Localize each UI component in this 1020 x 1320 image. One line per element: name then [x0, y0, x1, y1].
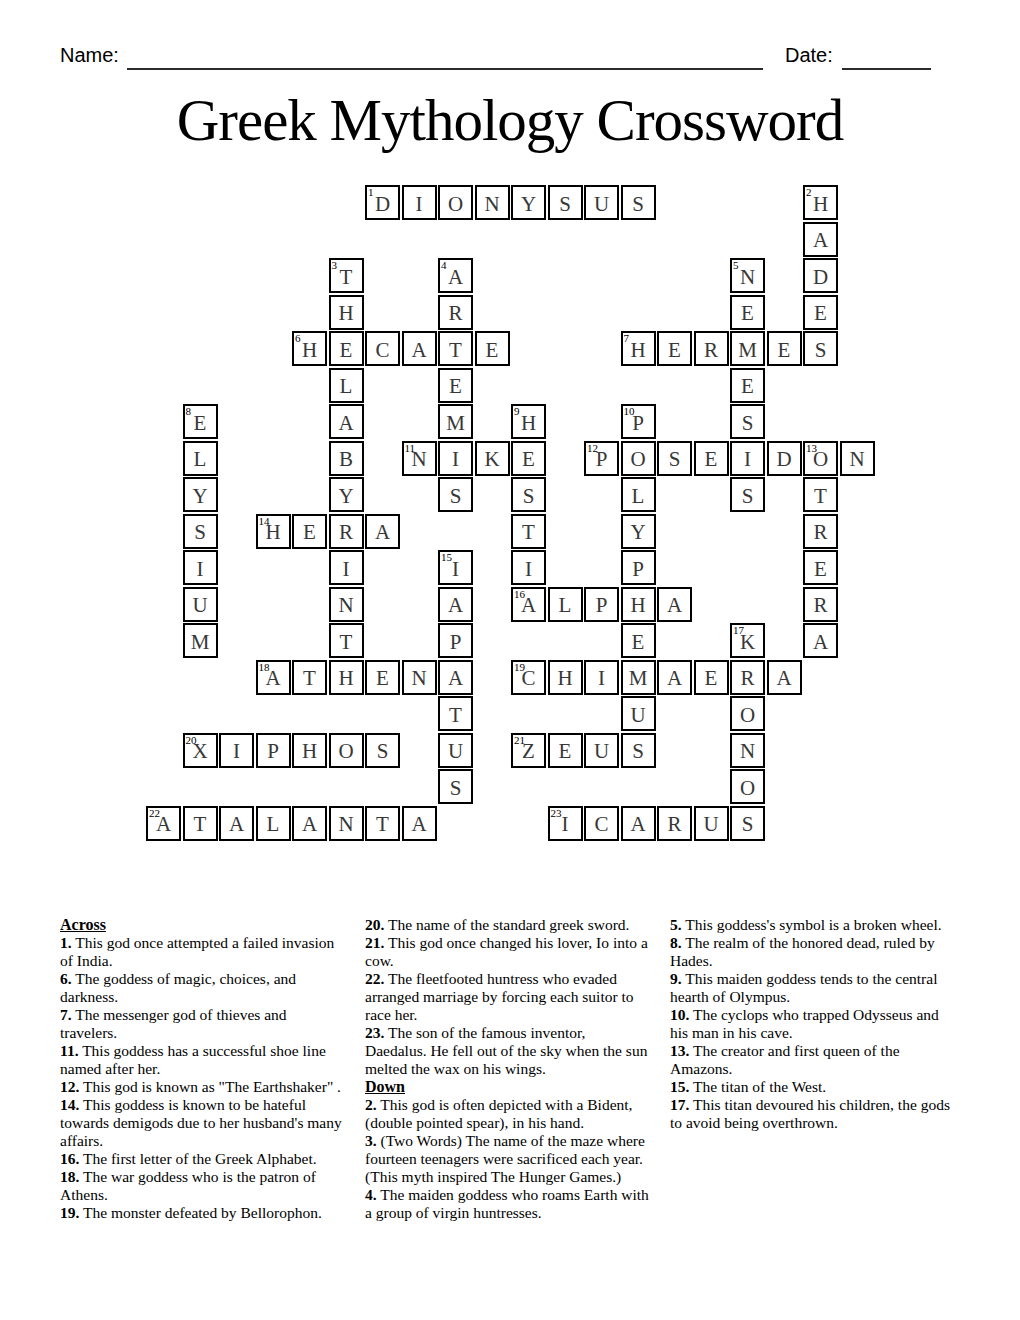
cell-letter: T: [814, 483, 827, 507]
grid-cell-r8c5[interactable]: Y: [329, 477, 364, 512]
cell-letter: O: [448, 191, 463, 215]
clue-number: 12.: [60, 1078, 79, 1095]
clue-13: 13. The creator and first queen of the A…: [670, 1042, 960, 1078]
grid-cell-r11c14[interactable]: A: [657, 587, 692, 622]
clues-across-heading: Across: [60, 916, 344, 934]
clues-section: Across1. This god once attempted a faile…: [60, 916, 960, 1222]
grid-cell-r9c4[interactable]: E: [292, 514, 327, 549]
grid-cell-r13c5[interactable]: H: [329, 660, 364, 695]
cell-letter: E: [559, 738, 572, 762]
grid-cell-r17c14[interactable]: R: [657, 806, 692, 841]
grid-cell-r4c17[interactable]: E: [767, 331, 802, 366]
clue-19: 19. The monster defeated by Bellorophon.: [60, 1204, 344, 1222]
cell-letter: U: [448, 738, 463, 762]
clues-column-right: 5. This goddess's symbol is a broken whe…: [670, 916, 960, 1222]
cell-letter: M: [191, 629, 210, 653]
grid-cell-r3c8[interactable]: R: [438, 295, 473, 330]
clue-number: 23.: [365, 1024, 384, 1041]
grid-cell-r8c13[interactable]: L: [621, 477, 656, 512]
grid-cell-r11c10[interactable]: 16A: [511, 587, 546, 622]
grid-cell-r0c18[interactable]: 2H: [803, 185, 838, 220]
cell-letter: O: [338, 738, 353, 762]
cell-letter: U: [192, 592, 207, 616]
clue-number: 4.: [365, 1186, 377, 1203]
clue-7: 7. The messenger god of thieves and trav…: [60, 1006, 344, 1042]
grid-cell-r13c12[interactable]: I: [584, 660, 619, 695]
cell-number: 6: [295, 332, 301, 344]
crossword-worksheet: { "game": "crossword", "title": "Greek M…: [0, 0, 1020, 1320]
cell-letter: M: [738, 337, 757, 361]
cell-letter: L: [267, 811, 280, 835]
cell-letter: S: [632, 191, 644, 215]
grid-cell-r8c10[interactable]: S: [511, 477, 546, 512]
cell-letter: H: [630, 337, 645, 361]
cell-letter: N: [411, 665, 426, 689]
grid-cell-r15c2[interactable]: I: [219, 733, 254, 768]
cell-letter: R: [813, 592, 827, 616]
cell-number: 14: [259, 515, 270, 527]
grid-cell-r17c0[interactable]: 22A: [146, 806, 181, 841]
cell-letter: L: [559, 592, 572, 616]
grid-cell-r13c17[interactable]: A: [767, 660, 802, 695]
clue-number: 16.: [60, 1150, 79, 1167]
cell-number: 18: [259, 661, 270, 673]
grid-cell-r6c1[interactable]: 8E: [183, 404, 218, 439]
cell-letter: R: [339, 519, 353, 543]
grid-cell-r11c13[interactable]: H: [621, 587, 656, 622]
cell-letter: U: [703, 811, 718, 835]
clue-number: 11.: [60, 1042, 79, 1059]
cell-letter: H: [557, 665, 572, 689]
grid-cell-r7c18[interactable]: 13O: [803, 441, 838, 476]
grid-cell-r9c1[interactable]: S: [183, 514, 218, 549]
cell-letter: A: [229, 811, 244, 835]
cell-letter: A: [667, 665, 682, 689]
grid-cell-r15c6[interactable]: S: [365, 733, 400, 768]
clue-number: 8.: [670, 934, 682, 951]
grid-cell-r4c8[interactable]: T: [438, 331, 473, 366]
grid-cell-r11c11[interactable]: L: [548, 587, 583, 622]
grid-cell-r4c7[interactable]: A: [402, 331, 437, 366]
cell-number: 8: [186, 405, 192, 417]
grid-cell-r15c4[interactable]: H: [292, 733, 327, 768]
clue-number: 13.: [670, 1042, 689, 1059]
grid-cell-r10c13[interactable]: P: [621, 550, 656, 585]
cell-letter: E: [194, 410, 207, 434]
clue-20: 20. The name of the standard greek sword…: [365, 916, 649, 934]
grid-cell-r14c16[interactable]: O: [730, 696, 765, 731]
grid-cell-r4c18[interactable]: S: [803, 331, 838, 366]
clue-8: 8. The realm of the honored dead, ruled …: [670, 934, 960, 970]
cell-letter: A: [813, 227, 828, 251]
cell-letter: E: [486, 337, 499, 361]
cell-letter: S: [194, 519, 206, 543]
cell-letter: Y: [521, 191, 536, 215]
cell-letter: P: [596, 592, 608, 616]
grid-cell-r2c5[interactable]: 3T: [329, 258, 364, 293]
cell-letter: E: [303, 519, 316, 543]
clue-number: 20.: [365, 916, 384, 933]
cell-letter: O: [740, 775, 755, 799]
grid-cell-r11c5[interactable]: N: [329, 587, 364, 622]
cell-number: 5: [733, 259, 739, 271]
grid-cell-r10c18[interactable]: E: [803, 550, 838, 585]
cell-letter: N: [740, 738, 755, 762]
cell-letter: I: [452, 446, 459, 470]
grid-cell-r1c18[interactable]: A: [803, 222, 838, 257]
grid-cell-r13c11[interactable]: H: [548, 660, 583, 695]
clue-number: 3.: [365, 1132, 377, 1149]
grid-cell-r5c5[interactable]: L: [329, 368, 364, 403]
cell-letter: E: [741, 373, 754, 397]
clue-number: 18.: [60, 1168, 79, 1185]
grid-cell-r17c16[interactable]: S: [730, 806, 765, 841]
grid-cell-r0c10[interactable]: Y: [511, 185, 546, 220]
cell-letter: S: [742, 811, 754, 835]
clue-2: 2. This god is often depicted with a Bid…: [365, 1096, 649, 1132]
grid-cell-r13c13[interactable]: M: [621, 660, 656, 695]
grid-cell-r4c5[interactable]: E: [329, 331, 364, 366]
cell-letter: H: [302, 337, 317, 361]
grid-cell-r2c16[interactable]: 5N: [730, 258, 765, 293]
grid-cell-r9c6[interactable]: A: [365, 514, 400, 549]
grid-cell-r13c15[interactable]: E: [694, 660, 729, 695]
clue-17: 17. This titan devoured his children, th…: [670, 1096, 960, 1132]
clue-number: 5.: [670, 916, 682, 933]
grid-cell-r10c8[interactable]: 15I: [438, 550, 473, 585]
grid-cell-r9c18[interactable]: R: [803, 514, 838, 549]
cell-number: 16: [514, 588, 525, 600]
cell-number: 11: [405, 442, 416, 454]
grid-cell-r15c11[interactable]: E: [548, 733, 583, 768]
grid-cell-r6c16[interactable]: S: [730, 404, 765, 439]
grid-cell-r12c8[interactable]: P: [438, 623, 473, 658]
grid-cell-r6c13[interactable]: 10P: [621, 404, 656, 439]
grid-cell-r0c8[interactable]: O: [438, 185, 473, 220]
cell-letter: M: [446, 410, 465, 434]
cell-letter: A: [667, 592, 682, 616]
clue-number: 14.: [60, 1096, 79, 1113]
grid-cell-r2c8[interactable]: 4A: [438, 258, 473, 293]
grid-cell-r13c16[interactable]: R: [730, 660, 765, 695]
cell-letter: D: [776, 446, 791, 470]
grid-cell-r8c18[interactable]: T: [803, 477, 838, 512]
cell-letter: R: [740, 665, 754, 689]
grid-cell-r7c13[interactable]: O: [621, 441, 656, 476]
grid-cell-r0c7[interactable]: I: [402, 185, 437, 220]
cell-letter: E: [522, 446, 535, 470]
grid-cell-r5c16[interactable]: E: [730, 368, 765, 403]
grid-cell-r13c6[interactable]: E: [365, 660, 400, 695]
cell-letter: D: [375, 191, 390, 215]
cell-letter: M: [629, 665, 648, 689]
grid-cell-r15c10[interactable]: 21Z: [511, 733, 546, 768]
grid-cell-r6c10[interactable]: 9H: [511, 404, 546, 439]
cell-letter: I: [452, 556, 459, 580]
grid-cell-r4c15[interactable]: R: [694, 331, 729, 366]
cell-letter: S: [815, 337, 827, 361]
cell-number: 21: [514, 734, 525, 746]
cell-number: 23: [551, 807, 562, 819]
grid-cell-r8c1[interactable]: Y: [183, 477, 218, 512]
grid-cell-r6c8[interactable]: M: [438, 404, 473, 439]
cell-letter: I: [562, 811, 569, 835]
grid-cell-r2c18[interactable]: D: [803, 258, 838, 293]
cell-number: 3: [332, 259, 338, 271]
cell-letter: I: [233, 738, 240, 762]
cell-letter: A: [375, 519, 390, 543]
clue-number: 17.: [670, 1096, 689, 1113]
grid-cell-r13c3[interactable]: 18A: [256, 660, 291, 695]
cell-number: 1: [368, 186, 374, 198]
cell-letter: T: [340, 629, 353, 653]
grid-cell-r16c16[interactable]: O: [730, 769, 765, 804]
cell-letter: E: [814, 556, 827, 580]
grid-cell-r12c1[interactable]: M: [183, 623, 218, 658]
cell-letter: K: [484, 446, 499, 470]
grid-cell-r7c19[interactable]: N: [840, 441, 875, 476]
grid-cell-r15c12[interactable]: U: [584, 733, 619, 768]
grid-cell-r7c15[interactable]: E: [694, 441, 729, 476]
cell-letter: E: [340, 337, 353, 361]
cell-letter: D: [813, 264, 828, 288]
cell-letter: I: [343, 556, 350, 580]
grid-cell-r7c12[interactable]: 12P: [584, 441, 619, 476]
grid-cell-r5c8[interactable]: E: [438, 368, 473, 403]
grid-cell-r7c14[interactable]: S: [657, 441, 692, 476]
grid-cell-r7c1[interactable]: L: [183, 441, 218, 476]
cell-letter: E: [449, 373, 462, 397]
grid-cell-r11c18[interactable]: R: [803, 587, 838, 622]
cell-letter: Y: [630, 519, 645, 543]
grid-cell-r10c10[interactable]: I: [511, 550, 546, 585]
clue-18: 18. The war goddess who is the patron of…: [60, 1168, 344, 1204]
cell-letter: S: [450, 483, 462, 507]
grid-cell-r0c9[interactable]: N: [475, 185, 510, 220]
grid-cell-r16c8[interactable]: S: [438, 769, 473, 804]
grid-cell-r0c13[interactable]: S: [621, 185, 656, 220]
cell-letter: N: [740, 264, 755, 288]
grid-cell-r15c16[interactable]: N: [730, 733, 765, 768]
cell-letter: A: [302, 811, 317, 835]
cell-letter: R: [813, 519, 827, 543]
cell-letter: H: [338, 300, 353, 324]
date-blank-line[interactable]: [842, 68, 931, 70]
cell-letter: S: [742, 483, 754, 507]
cell-letter: E: [705, 665, 718, 689]
grid-cell-r13c8[interactable]: A: [438, 660, 473, 695]
clue-15: 15. The titan of the West.: [670, 1078, 960, 1096]
grid-cell-r17c11[interactable]: 23I: [548, 806, 583, 841]
cell-letter: T: [522, 519, 535, 543]
grid-cell-r9c5[interactable]: R: [329, 514, 364, 549]
cell-letter: A: [813, 629, 828, 653]
cell-letter: T: [303, 665, 316, 689]
cell-letter: N: [338, 592, 353, 616]
cell-letter: Y: [338, 483, 353, 507]
cell-letter: A: [448, 665, 463, 689]
grid-cell-r4c14[interactable]: E: [657, 331, 692, 366]
grid-cell-r17c12[interactable]: C: [584, 806, 619, 841]
cell-number: 9: [514, 405, 520, 417]
grid-cell-r15c5[interactable]: O: [329, 733, 364, 768]
grid-cell-r17c2[interactable]: A: [219, 806, 254, 841]
grid-cell-r4c4[interactable]: 6H: [292, 331, 327, 366]
clue-number: 6.: [60, 970, 72, 987]
grid-cell-r11c1[interactable]: U: [183, 587, 218, 622]
grid-cell-r14c13[interactable]: U: [621, 696, 656, 731]
grid-cell-r0c11[interactable]: S: [548, 185, 583, 220]
clue-3: 3. (Two Words) The name of the maze wher…: [365, 1132, 649, 1186]
cell-letter: E: [778, 337, 791, 361]
grid-cell-r9c3[interactable]: 14H: [256, 514, 291, 549]
grid-cell-r12c16[interactable]: 17K: [730, 623, 765, 658]
crossword-grid: 1DIONYSUS2HA3T4A5NDHREE6HECATE7HERMESLEE…: [146, 185, 876, 842]
clue-23: 23. The son of the famous inventor, Daed…: [365, 1024, 649, 1078]
grid-cell-r7c8[interactable]: I: [438, 441, 473, 476]
cell-letter: U: [594, 738, 609, 762]
grid-cell-r9c10[interactable]: T: [511, 514, 546, 549]
name-blank-line[interactable]: [127, 68, 763, 70]
cell-letter: T: [449, 337, 462, 361]
grid-cell-r17c4[interactable]: A: [292, 806, 327, 841]
grid-cell-r10c5[interactable]: I: [329, 550, 364, 585]
cell-letter: H: [813, 191, 828, 215]
clue-10: 10. The cyclops who trapped Odysseus and…: [670, 1006, 960, 1042]
cell-number: 19: [514, 661, 525, 673]
cell-letter: A: [630, 811, 645, 835]
grid-cell-r17c15[interactable]: U: [694, 806, 729, 841]
grid-cell-r12c18[interactable]: A: [803, 623, 838, 658]
grid-cell-r0c12[interactable]: U: [584, 185, 619, 220]
grid-cell-r17c13[interactable]: A: [621, 806, 656, 841]
cell-letter: R: [448, 300, 462, 324]
cell-number: 15: [441, 551, 452, 563]
grid-cell-r4c9[interactable]: E: [475, 331, 510, 366]
cell-letter: S: [742, 410, 754, 434]
grid-cell-r4c13[interactable]: 7H: [621, 331, 656, 366]
grid-cell-r12c5[interactable]: T: [329, 623, 364, 658]
grid-cell-r8c16[interactable]: S: [730, 477, 765, 512]
cell-letter: T: [376, 811, 389, 835]
grid-cell-r3c18[interactable]: E: [803, 295, 838, 330]
grid-cell-r13c4[interactable]: T: [292, 660, 327, 695]
grid-cell-r7c5[interactable]: B: [329, 441, 364, 476]
grid-cell-r15c3[interactable]: P: [256, 733, 291, 768]
grid-cell-r4c6[interactable]: C: [365, 331, 400, 366]
grid-cell-r17c3[interactable]: L: [256, 806, 291, 841]
cell-letter: O: [630, 446, 645, 470]
clue-number: 7.: [60, 1006, 72, 1023]
cell-letter: A: [448, 592, 463, 616]
cell-number: 10: [624, 405, 635, 417]
grid-cell-r7c7[interactable]: 11N: [402, 441, 437, 476]
clue-number: 10.: [670, 1006, 689, 1023]
cell-letter: A: [448, 264, 463, 288]
cell-letter: U: [630, 702, 645, 726]
grid-cell-r7c10[interactable]: E: [511, 441, 546, 476]
cell-letter: I: [525, 556, 532, 580]
cell-letter: A: [411, 337, 426, 361]
grid-cell-r13c7[interactable]: N: [402, 660, 437, 695]
cell-letter: S: [450, 775, 462, 799]
grid-cell-r11c8[interactable]: A: [438, 587, 473, 622]
grid-cell-r3c16[interactable]: E: [730, 295, 765, 330]
date-label: Date:: [785, 44, 833, 67]
cell-letter: I: [197, 556, 204, 580]
cell-number: 22: [149, 807, 160, 819]
grid-cell-r17c1[interactable]: T: [183, 806, 218, 841]
cell-letter: L: [194, 446, 207, 470]
grid-cell-r9c13[interactable]: Y: [621, 514, 656, 549]
cell-number: 7: [624, 332, 630, 344]
grid-cell-r8c8[interactable]: S: [438, 477, 473, 512]
cell-letter: T: [194, 811, 207, 835]
grid-cell-r17c5[interactable]: N: [329, 806, 364, 841]
grid-cell-r13c14[interactable]: A: [657, 660, 692, 695]
cell-letter: E: [741, 300, 754, 324]
grid-cell-r4c16[interactable]: M: [730, 331, 765, 366]
cell-letter: A: [338, 410, 353, 434]
clue-11: 11. This goddess has a successful shoe l…: [60, 1042, 344, 1078]
cell-number: 17: [733, 624, 744, 636]
cell-letter: H: [521, 410, 536, 434]
grid-cell-r14c8[interactable]: T: [438, 696, 473, 731]
cell-letter: N: [849, 446, 864, 470]
clue-number: 15.: [670, 1078, 689, 1095]
grid-cell-r6c5[interactable]: A: [329, 404, 364, 439]
grid-cell-r11c12[interactable]: P: [584, 587, 619, 622]
grid-cell-r0c6[interactable]: 1D: [365, 185, 400, 220]
clue-number: 9.: [670, 970, 682, 987]
grid-cell-r17c7[interactable]: A: [402, 806, 437, 841]
cell-number: 4: [441, 259, 447, 271]
grid-cell-r7c9[interactable]: K: [475, 441, 510, 476]
cell-letter: S: [523, 483, 535, 507]
grid-cell-r12c13[interactable]: E: [621, 623, 656, 658]
cell-letter: E: [632, 629, 645, 653]
grid-cell-r15c8[interactable]: U: [438, 733, 473, 768]
grid-cell-r15c13[interactable]: S: [621, 733, 656, 768]
clue-6: 6. The goddess of magic, choices, and da…: [60, 970, 344, 1006]
grid-cell-r7c17[interactable]: D: [767, 441, 802, 476]
cell-letter: S: [632, 738, 644, 762]
grid-cell-r13c10[interactable]: 19C: [511, 660, 546, 695]
name-label: Name:: [60, 44, 119, 67]
grid-cell-r17c6[interactable]: T: [365, 806, 400, 841]
cell-letter: H: [630, 592, 645, 616]
grid-cell-r15c1[interactable]: 20X: [183, 733, 218, 768]
cell-letter: L: [632, 483, 645, 507]
cell-letter: T: [449, 702, 462, 726]
clue-12: 12. This god is known as "The Earthshake…: [60, 1078, 344, 1096]
clues-down-heading: Down: [365, 1078, 649, 1096]
grid-cell-r10c1[interactable]: I: [183, 550, 218, 585]
clue-16: 16. The first letter of the Greek Alphab…: [60, 1150, 344, 1168]
cell-letter: R: [667, 811, 681, 835]
cell-letter: P: [267, 738, 279, 762]
cell-number: 13: [806, 442, 817, 454]
cell-letter: E: [705, 446, 718, 470]
grid-cell-r3c5[interactable]: H: [329, 295, 364, 330]
grid-cell-r7c16[interactable]: I: [730, 441, 765, 476]
cell-letter: A: [776, 665, 791, 689]
clue-9: 9. This maiden goddess tends to the cent…: [670, 970, 960, 1006]
cell-letter: I: [416, 191, 423, 215]
clue-22: 22. The fleetfooted huntress who evaded …: [365, 970, 649, 1024]
cell-letter: L: [340, 373, 353, 397]
clue-1: 1. This god once attempted a failed inva…: [60, 934, 344, 970]
